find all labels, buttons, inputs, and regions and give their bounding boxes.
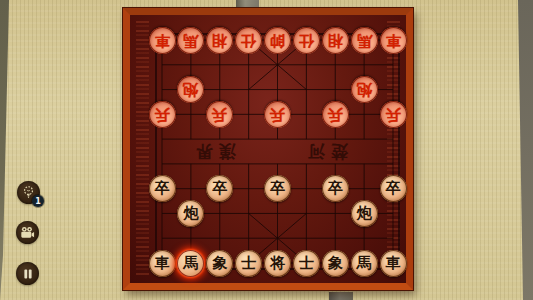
piece-black-advisor[interactable]: 士 <box>293 250 320 277</box>
piece-black-general[interactable]: 将 <box>264 250 291 277</box>
table-leg-bottom <box>329 292 353 300</box>
piece-black-elephant[interactable]: 象 <box>322 250 349 277</box>
piece-black-soldier[interactable]: 卒 <box>264 175 291 202</box>
piece-black-elephant[interactable]: 象 <box>206 250 233 277</box>
scene: 楚河 漢界 車馬相仕帥仕相馬車炮炮兵兵兵兵兵卒卒卒卒卒炮炮車馬象士将士象馬車 1 <box>0 0 533 300</box>
pause-button[interactable] <box>16 262 39 285</box>
piece-red-elephant[interactable]: 相 <box>322 27 349 54</box>
piece-black-soldier[interactable]: 卒 <box>322 175 349 202</box>
piece-red-soldier[interactable]: 兵 <box>264 101 291 128</box>
piece-black-horse[interactable]: 馬 <box>177 250 204 277</box>
piece-red-soldier[interactable]: 兵 <box>380 101 407 128</box>
river-label-han-jie: 漢界 <box>190 141 236 164</box>
hint-button[interactable]: 1 <box>17 181 40 204</box>
piece-black-soldier[interactable]: 卒 <box>149 175 176 202</box>
piece-red-advisor[interactable]: 仕 <box>235 27 262 54</box>
piece-red-advisor[interactable]: 仕 <box>293 27 320 54</box>
piece-red-general[interactable]: 帥 <box>264 27 291 54</box>
piece-black-soldier[interactable]: 卒 <box>380 175 407 202</box>
hint-count-badge: 1 <box>32 195 44 207</box>
piece-black-chariot[interactable]: 車 <box>149 250 176 277</box>
river-labels: 楚河 漢界 <box>190 139 348 165</box>
piece-red-cannon[interactable]: 炮 <box>351 76 378 103</box>
piece-red-soldier[interactable]: 兵 <box>206 101 233 128</box>
pause-icon <box>21 267 35 281</box>
river-label-chu-he: 楚河 <box>302 141 348 164</box>
piece-black-cannon[interactable]: 炮 <box>351 200 378 227</box>
movie-camera-icon <box>20 226 35 240</box>
piece-red-chariot[interactable]: 車 <box>380 27 407 54</box>
piece-red-horse[interactable]: 馬 <box>177 27 204 54</box>
piece-red-elephant[interactable]: 相 <box>206 27 233 54</box>
piece-red-horse[interactable]: 馬 <box>351 27 378 54</box>
piece-black-horse[interactable]: 馬 <box>351 250 378 277</box>
replay-button[interactable] <box>16 221 39 244</box>
xiangqi-board[interactable]: 楚河 漢界 車馬相仕帥仕相馬車炮炮兵兵兵兵兵卒卒卒卒卒炮炮車馬象士将士象馬車 <box>123 8 413 290</box>
piece-red-soldier[interactable]: 兵 <box>322 101 349 128</box>
piece-black-advisor[interactable]: 士 <box>235 250 262 277</box>
piece-red-soldier[interactable]: 兵 <box>149 101 176 128</box>
piece-red-chariot[interactable]: 車 <box>149 27 176 54</box>
piece-black-chariot[interactable]: 車 <box>380 250 407 277</box>
